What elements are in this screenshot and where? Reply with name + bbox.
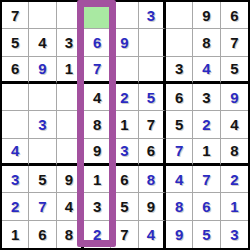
cell-r1c7[interactable] <box>166 2 193 29</box>
cell-r1c3[interactable] <box>57 2 84 29</box>
sudoku-board: 7396543698769173454256393817524493671835… <box>0 0 250 250</box>
cell-r6c2[interactable] <box>29 139 56 166</box>
cell-r8c5[interactable]: 5 <box>111 193 138 220</box>
cell-r6c8[interactable]: 1 <box>193 139 220 166</box>
cell-r3c9[interactable]: 5 <box>221 57 248 84</box>
cell-r3c3[interactable]: 1 <box>57 57 84 84</box>
cell-r4c8[interactable]: 3 <box>193 84 220 111</box>
cell-r4c2[interactable] <box>29 84 56 111</box>
cell-r4c1[interactable] <box>2 84 29 111</box>
cell-r3c5[interactable] <box>111 57 138 84</box>
cell-r1c5[interactable] <box>111 2 138 29</box>
cell-r4c6[interactable]: 5 <box>139 84 166 111</box>
cell-r2c1[interactable]: 5 <box>2 29 29 56</box>
cell-r7c5[interactable]: 6 <box>111 166 138 193</box>
cell-r5c3[interactable] <box>57 111 84 138</box>
cell-r6c9[interactable]: 8 <box>221 139 248 166</box>
cell-r7c7[interactable]: 4 <box>166 166 193 193</box>
cell-r9c4[interactable]: 2 <box>84 221 111 248</box>
cell-r5c8[interactable]: 2 <box>193 111 220 138</box>
cell-r4c7[interactable]: 6 <box>166 84 193 111</box>
cell-r6c6[interactable]: 6 <box>139 139 166 166</box>
cell-r9c9[interactable]: 3 <box>221 221 248 248</box>
cell-r8c9[interactable]: 1 <box>221 193 248 220</box>
cell-r4c3[interactable] <box>57 84 84 111</box>
cell-r5c2[interactable]: 3 <box>29 111 56 138</box>
cell-r7c9[interactable]: 2 <box>221 166 248 193</box>
cell-r9c7[interactable]: 9 <box>166 221 193 248</box>
cell-r1c8[interactable]: 9 <box>193 2 220 29</box>
cell-r9c8[interactable]: 5 <box>193 221 220 248</box>
cell-r2c3[interactable]: 3 <box>57 29 84 56</box>
cell-r7c3[interactable]: 9 <box>57 166 84 193</box>
cell-r9c5[interactable]: 7 <box>111 221 138 248</box>
cell-r3c4[interactable]: 7 <box>84 57 111 84</box>
cell-r5c1[interactable] <box>2 111 29 138</box>
cell-r2c4[interactable]: 6 <box>84 29 111 56</box>
cell-r9c1[interactable]: 1 <box>2 221 29 248</box>
cell-r9c3[interactable]: 8 <box>57 221 84 248</box>
cell-r1c2[interactable] <box>29 2 56 29</box>
cell-r7c8[interactable]: 7 <box>193 166 220 193</box>
cell-r6c3[interactable] <box>57 139 84 166</box>
cell-r8c4[interactable]: 3 <box>84 193 111 220</box>
cell-r2c5[interactable]: 9 <box>111 29 138 56</box>
cell-r1c6[interactable]: 3 <box>139 2 166 29</box>
cell-r6c5[interactable]: 3 <box>111 139 138 166</box>
cell-r5c4[interactable]: 8 <box>84 111 111 138</box>
cell-r3c6[interactable] <box>139 57 166 84</box>
cell-r3c7[interactable]: 3 <box>166 57 193 84</box>
cell-r7c1[interactable]: 3 <box>2 166 29 193</box>
cell-r3c8[interactable]: 4 <box>193 57 220 84</box>
cell-r2c8[interactable]: 8 <box>193 29 220 56</box>
cell-r7c2[interactable]: 5 <box>29 166 56 193</box>
cell-r1c9[interactable]: 6 <box>221 2 248 29</box>
cell-r4c4[interactable]: 4 <box>84 84 111 111</box>
cell-r8c3[interactable]: 4 <box>57 193 84 220</box>
cell-r1c4[interactable] <box>84 2 111 29</box>
board-container: 7396543698769173454256393817524493671835… <box>0 0 250 250</box>
cell-r4c5[interactable]: 2 <box>111 84 138 111</box>
cell-r2c9[interactable]: 7 <box>221 29 248 56</box>
cell-r7c4[interactable]: 1 <box>84 166 111 193</box>
cell-r5c7[interactable]: 5 <box>166 111 193 138</box>
cell-r2c7[interactable] <box>166 29 193 56</box>
cell-r8c6[interactable]: 9 <box>139 193 166 220</box>
cell-r9c2[interactable]: 6 <box>29 221 56 248</box>
cell-r6c4[interactable]: 9 <box>84 139 111 166</box>
sudoku-app: 7396543698769173454256393817524493671835… <box>0 0 250 250</box>
cell-r3c1[interactable]: 6 <box>2 57 29 84</box>
cell-r7c6[interactable]: 8 <box>139 166 166 193</box>
cell-r1c1[interactable]: 7 <box>2 2 29 29</box>
cell-r5c6[interactable]: 7 <box>139 111 166 138</box>
cell-r6c7[interactable]: 7 <box>166 139 193 166</box>
cell-r3c2[interactable]: 9 <box>29 57 56 84</box>
cell-r8c8[interactable]: 6 <box>193 193 220 220</box>
cell-r2c2[interactable]: 4 <box>29 29 56 56</box>
cell-r8c2[interactable]: 7 <box>29 193 56 220</box>
cell-r2c6[interactable] <box>139 29 166 56</box>
cell-r6c1[interactable]: 4 <box>2 139 29 166</box>
cell-r5c5[interactable]: 1 <box>111 111 138 138</box>
cell-r8c1[interactable]: 2 <box>2 193 29 220</box>
cell-r8c7[interactable]: 8 <box>166 193 193 220</box>
cell-r5c9[interactable]: 4 <box>221 111 248 138</box>
cell-r4c9[interactable]: 9 <box>221 84 248 111</box>
cell-r9c6[interactable]: 4 <box>139 221 166 248</box>
